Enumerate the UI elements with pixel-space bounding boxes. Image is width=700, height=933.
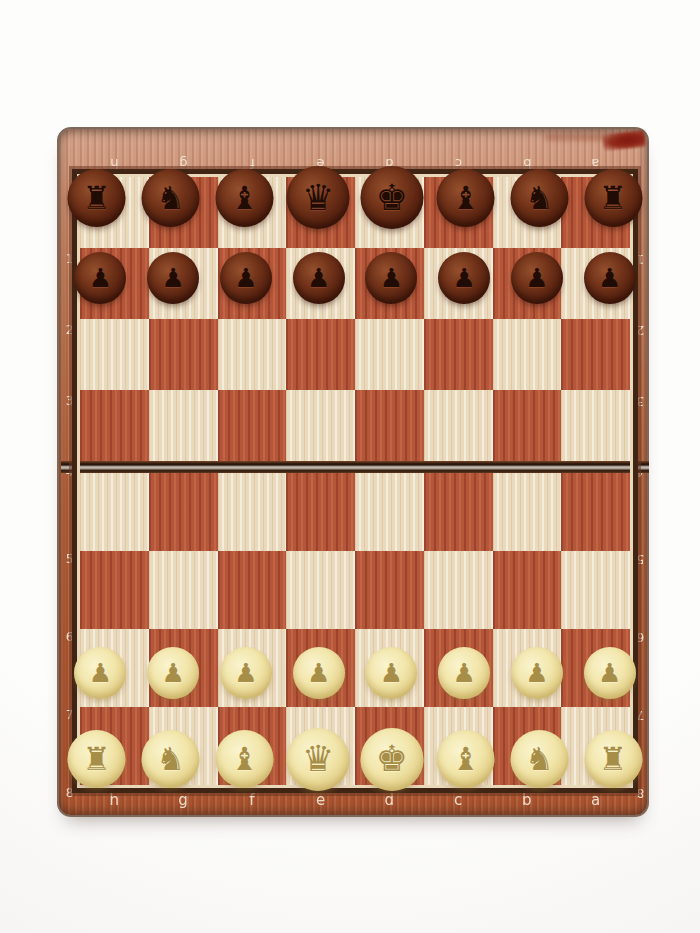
square-a6 xyxy=(561,551,630,629)
piece-glyph: ♞ xyxy=(156,743,185,775)
piece-glyph: ♜ xyxy=(83,182,112,214)
dark-pawn-h2: ♟ xyxy=(74,252,126,304)
light-pawn-c7: ♟ xyxy=(438,647,490,699)
piece-glyph: ♟ xyxy=(452,660,475,686)
square-d3 xyxy=(355,319,424,390)
square-g7: ♟ xyxy=(149,629,218,707)
dark-bishop-c1: ♝ xyxy=(437,169,495,227)
square-b3 xyxy=(493,319,562,390)
square-a2: ♟ xyxy=(561,248,630,319)
file-label-bottom-c: c xyxy=(424,791,493,809)
square-a4 xyxy=(561,390,630,461)
piece-glyph: ♟ xyxy=(161,660,184,686)
piece-glyph: ♟ xyxy=(307,265,330,291)
dark-queen-e1: ♛ xyxy=(287,166,350,229)
photo-background: hgfedcba hgfedcba 12345678 12345678 ♜♞♝♛… xyxy=(0,0,700,933)
light-pawn-f7: ♟ xyxy=(220,647,272,699)
dark-rook-h1: ♜ xyxy=(68,169,126,227)
square-d5 xyxy=(355,473,424,551)
square-h2: ♟ xyxy=(80,248,149,319)
dark-knight-g1: ♞ xyxy=(142,169,200,227)
fold-seam-spacer xyxy=(80,461,630,473)
rank-label-left-3: 3 xyxy=(59,394,80,408)
square-g6 xyxy=(149,551,218,629)
dark-pawn-d2: ♟ xyxy=(365,252,417,304)
square-g5 xyxy=(149,473,218,551)
piece-glyph: ♟ xyxy=(234,660,257,686)
piece-glyph: ♟ xyxy=(525,660,548,686)
light-knight-g8: ♞ xyxy=(142,730,200,788)
light-queen-e8: ♛ xyxy=(287,728,350,791)
square-c4 xyxy=(424,390,493,461)
square-b4 xyxy=(493,390,562,461)
light-bishop-f8: ♝ xyxy=(215,730,273,788)
piece-glyph: ♚ xyxy=(376,741,408,777)
piece-glyph: ♛ xyxy=(302,741,334,777)
square-f1: ♝ xyxy=(218,177,287,248)
square-g3 xyxy=(149,319,218,390)
dark-knight-b1: ♞ xyxy=(510,169,568,227)
light-king-d8: ♚ xyxy=(360,728,423,791)
piece-glyph: ♟ xyxy=(380,660,403,686)
chess-board: hgfedcba hgfedcba 12345678 12345678 ♜♞♝♛… xyxy=(57,127,649,817)
light-bishop-c8: ♝ xyxy=(437,730,495,788)
square-g4 xyxy=(149,390,218,461)
square-f2: ♟ xyxy=(218,248,287,319)
dark-pawn-c2: ♟ xyxy=(438,252,490,304)
square-a5 xyxy=(561,473,630,551)
piece-glyph: ♚ xyxy=(376,180,408,216)
piece-glyph: ♝ xyxy=(451,182,480,214)
piece-glyph: ♟ xyxy=(307,660,330,686)
rank-label-left-7: 7 xyxy=(59,708,80,722)
light-pawn-b7: ♟ xyxy=(511,647,563,699)
light-pawn-d7: ♟ xyxy=(365,647,417,699)
rank-label-right-7: 7 xyxy=(630,708,651,722)
light-rook-a8: ♜ xyxy=(584,730,642,788)
piece-glyph: ♟ xyxy=(161,265,184,291)
square-g8: ♞ xyxy=(149,707,218,785)
file-label-bottom-e: e xyxy=(286,791,355,809)
square-b6 xyxy=(493,551,562,629)
square-b1: ♞ xyxy=(493,177,562,248)
rank-label-left-5: 5 xyxy=(59,552,80,566)
square-c1: ♝ xyxy=(424,177,493,248)
square-f4 xyxy=(218,390,287,461)
piece-glyph: ♞ xyxy=(525,743,554,775)
piece-glyph: ♟ xyxy=(525,265,548,291)
square-h8: ♜ xyxy=(80,707,149,785)
piece-glyph: ♟ xyxy=(598,265,621,291)
file-label-bottom-f: f xyxy=(218,791,287,809)
square-d1: ♚ xyxy=(355,177,424,248)
dark-bishop-f1: ♝ xyxy=(215,169,273,227)
dark-pawn-a2: ♟ xyxy=(584,252,636,304)
square-g2: ♟ xyxy=(149,248,218,319)
rank-label-left-6: 6 xyxy=(59,630,80,644)
square-e2: ♟ xyxy=(286,248,355,319)
square-e7: ♟ xyxy=(286,629,355,707)
file-label-bottom-a: a xyxy=(561,791,630,809)
piece-glyph: ♜ xyxy=(83,743,112,775)
file-label-bottom-g: g xyxy=(149,791,218,809)
file-label-top-f: f xyxy=(218,153,287,171)
rank-label-right-8: 8 xyxy=(630,786,651,800)
square-h1: ♜ xyxy=(80,177,149,248)
square-f6 xyxy=(218,551,287,629)
square-b8: ♞ xyxy=(493,707,562,785)
file-label-top-g: g xyxy=(149,153,218,171)
square-h5 xyxy=(80,473,149,551)
square-e3 xyxy=(286,319,355,390)
square-g1: ♞ xyxy=(149,177,218,248)
light-knight-b8: ♞ xyxy=(510,730,568,788)
light-pawn-h7: ♟ xyxy=(74,647,126,699)
piece-glyph: ♟ xyxy=(89,265,112,291)
square-f8: ♝ xyxy=(218,707,287,785)
rank-label-right-3: 3 xyxy=(630,394,651,408)
square-e1: ♛ xyxy=(286,177,355,248)
file-label-bottom-b: b xyxy=(493,791,562,809)
file-labels-top: hgfedcba xyxy=(80,153,630,171)
board-top-half: ♜♞♝♛♚♝♞♜♟♟♟♟♟♟♟♟ xyxy=(80,177,630,461)
rank-label-right-1: 1 xyxy=(630,252,651,266)
dark-pawn-e2: ♟ xyxy=(293,252,345,304)
piece-glyph: ♛ xyxy=(302,180,334,216)
square-b2: ♟ xyxy=(493,248,562,319)
square-b5 xyxy=(493,473,562,551)
dark-pawn-g2: ♟ xyxy=(147,252,199,304)
square-c2: ♟ xyxy=(424,248,493,319)
dark-rook-a1: ♜ xyxy=(584,169,642,227)
dark-king-d1: ♚ xyxy=(360,166,423,229)
file-label-bottom-h: h xyxy=(80,791,149,809)
square-f7: ♟ xyxy=(218,629,287,707)
square-h4 xyxy=(80,390,149,461)
square-e6 xyxy=(286,551,355,629)
square-a8: ♜ xyxy=(561,707,630,785)
square-h3 xyxy=(80,319,149,390)
light-rook-h8: ♜ xyxy=(68,730,126,788)
file-label-top-b: b xyxy=(493,153,562,171)
square-e5 xyxy=(286,473,355,551)
rank-label-left-2: 2 xyxy=(59,323,80,337)
square-f3 xyxy=(218,319,287,390)
piece-glyph: ♟ xyxy=(598,660,621,686)
piece-glyph: ♜ xyxy=(599,743,628,775)
square-c6 xyxy=(424,551,493,629)
light-pawn-a7: ♟ xyxy=(584,647,636,699)
piece-glyph: ♞ xyxy=(156,182,185,214)
piece-glyph: ♟ xyxy=(89,660,112,686)
piece-glyph: ♜ xyxy=(599,182,628,214)
square-d7: ♟ xyxy=(355,629,424,707)
square-h7: ♟ xyxy=(80,629,149,707)
rank-label-right-6: 6 xyxy=(630,630,651,644)
square-d4 xyxy=(355,390,424,461)
red-stain-streak xyxy=(545,134,617,141)
square-a7: ♟ xyxy=(561,629,630,707)
playing-area: ♜♞♝♛♚♝♞♜♟♟♟♟♟♟♟♟ ♟♟♟♟♟♟♟♟♜♞♝♛♚♝♞♜ xyxy=(80,177,630,785)
dark-pawn-f2: ♟ xyxy=(220,252,272,304)
piece-glyph: ♟ xyxy=(234,265,257,291)
piece-glyph: ♟ xyxy=(380,265,403,291)
square-d8: ♚ xyxy=(355,707,424,785)
square-c3 xyxy=(424,319,493,390)
square-b7: ♟ xyxy=(493,629,562,707)
square-c8: ♝ xyxy=(424,707,493,785)
dark-pawn-b2: ♟ xyxy=(511,252,563,304)
piece-glyph: ♝ xyxy=(230,182,259,214)
square-a1: ♜ xyxy=(561,177,630,248)
file-label-bottom-d: d xyxy=(355,791,424,809)
square-c5 xyxy=(424,473,493,551)
piece-glyph: ♝ xyxy=(451,743,480,775)
square-d2: ♟ xyxy=(355,248,424,319)
square-e8: ♛ xyxy=(286,707,355,785)
square-a3 xyxy=(561,319,630,390)
rank-label-right-2: 2 xyxy=(630,323,651,337)
rank-label-right-5: 5 xyxy=(630,552,651,566)
rank-label-left-8: 8 xyxy=(59,786,80,800)
light-pawn-e7: ♟ xyxy=(293,647,345,699)
square-f5 xyxy=(218,473,287,551)
piece-glyph: ♟ xyxy=(452,265,475,291)
square-h6 xyxy=(80,551,149,629)
square-d6 xyxy=(355,551,424,629)
file-labels-bottom: hgfedcba xyxy=(80,791,630,809)
square-c7: ♟ xyxy=(424,629,493,707)
board-bottom-half: ♟♟♟♟♟♟♟♟♜♞♝♛♚♝♞♜ xyxy=(80,473,630,785)
piece-glyph: ♝ xyxy=(230,743,259,775)
piece-glyph: ♞ xyxy=(525,182,554,214)
square-e4 xyxy=(286,390,355,461)
light-pawn-g7: ♟ xyxy=(147,647,199,699)
